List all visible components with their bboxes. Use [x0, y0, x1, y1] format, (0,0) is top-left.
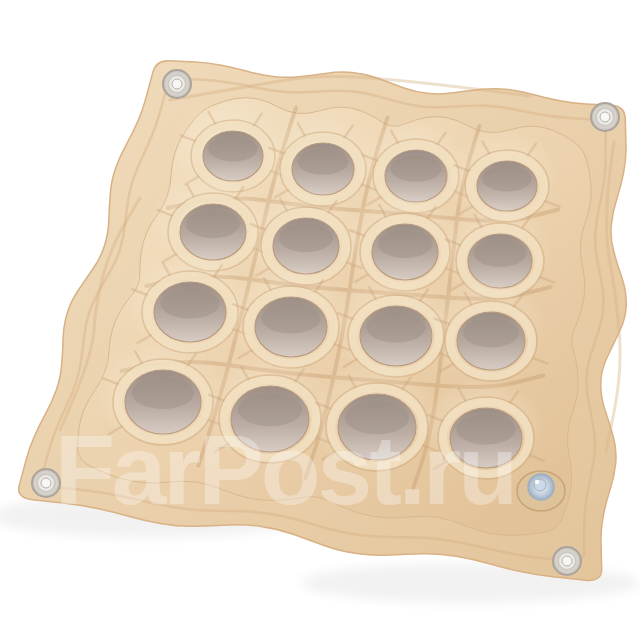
- hole-inner-shadow: [261, 304, 320, 334]
- hole-inner-shadow: [463, 318, 519, 347]
- air-cell: [225, 265, 349, 369]
- air-cell: [95, 338, 223, 446]
- grommet-eyelet: [600, 112, 610, 122]
- hole-inner-shadow: [456, 415, 515, 445]
- air-valve: [517, 471, 565, 511]
- hole-inner-shadow: [160, 289, 219, 319]
- hole-inner-shadow: [279, 224, 333, 252]
- corner-grommet: [591, 103, 619, 131]
- hole-inner-shadow: [208, 137, 257, 162]
- hole-inner-shadow: [474, 240, 526, 267]
- hole-inner-shadow: [186, 210, 240, 238]
- air-cell: [420, 376, 544, 480]
- air-cell: [427, 280, 547, 382]
- cushion-illustration: [0, 0, 640, 640]
- hole-inner-shadow: [132, 377, 194, 409]
- corner-grommet: [553, 547, 581, 575]
- product-photo: FarPost.ru: [0, 0, 640, 640]
- hole-inner-shadow: [238, 393, 302, 426]
- valve-highlight: [535, 480, 539, 484]
- hole-inner-shadow: [378, 230, 432, 258]
- hole-inner-shadow: [391, 156, 442, 182]
- air-cell: [308, 362, 438, 472]
- hole-inner-shadow: [482, 167, 531, 192]
- corner-grommet: [163, 70, 191, 98]
- grommet-eyelet: [41, 478, 51, 488]
- grommet-eyelet: [562, 556, 572, 566]
- grommet-eyelet: [172, 79, 182, 89]
- corner-grommet: [32, 469, 60, 497]
- hole-inner-shadow: [298, 149, 349, 175]
- hole-inner-shadow: [345, 401, 409, 434]
- hole-inner-shadow: [366, 313, 425, 343]
